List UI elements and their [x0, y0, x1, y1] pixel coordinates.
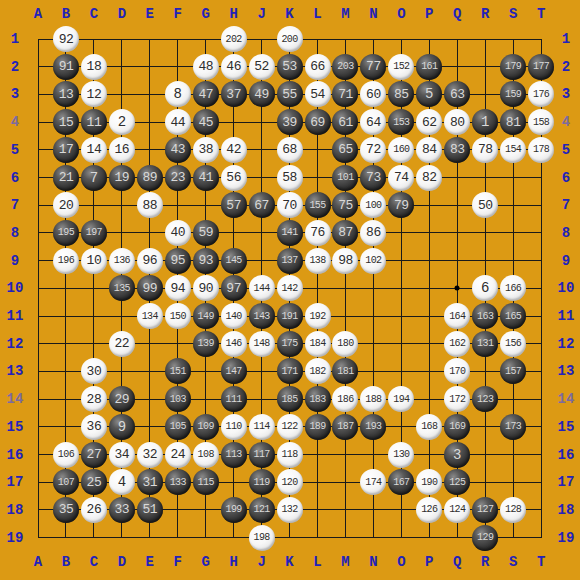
- move-number: 10: [87, 253, 102, 268]
- move-number: 199: [226, 504, 242, 515]
- stone-white-p15: 168: [416, 414, 442, 440]
- move-number: 123: [477, 394, 493, 405]
- move-number: 166: [505, 283, 521, 294]
- move-number: 117: [253, 449, 269, 460]
- move-number: 177: [533, 61, 549, 72]
- stone-black-g17: 115: [193, 469, 219, 495]
- stone-white-g16: 108: [193, 442, 219, 468]
- coordinate-label-bottom-h: H: [229, 555, 237, 569]
- coordinate-label-left-12: 12: [7, 337, 24, 351]
- move-number: 192: [309, 311, 325, 322]
- move-number: 168: [421, 421, 437, 432]
- stone-white-b16: 106: [53, 442, 79, 468]
- coordinate-label-right-18: 18: [558, 503, 575, 517]
- move-number: 23: [170, 170, 185, 185]
- coordinate-label-right-1: 1: [562, 32, 570, 46]
- move-number: 178: [533, 144, 549, 155]
- move-number: 120: [281, 477, 297, 488]
- move-number: 81: [506, 115, 521, 130]
- star-point-q10: [455, 286, 460, 291]
- stone-black-h10: 97: [221, 275, 247, 301]
- coordinate-label-bottom-a: A: [34, 555, 42, 569]
- stone-white-g5: 38: [193, 137, 219, 163]
- move-number: 49: [254, 87, 269, 102]
- stone-white-l2: 66: [305, 54, 331, 80]
- stone-white-s12: 156: [500, 331, 526, 357]
- stone-black-c4: 11: [81, 109, 107, 135]
- move-number: 55: [282, 87, 297, 102]
- stone-black-g3: 47: [193, 81, 219, 107]
- coordinate-label-top-d: D: [118, 7, 126, 21]
- stone-white-h11: 140: [221, 303, 247, 329]
- stone-black-f5: 43: [165, 137, 191, 163]
- coordinate-label-left-8: 8: [11, 226, 19, 240]
- stone-white-q14: 172: [444, 386, 470, 412]
- move-number: 190: [421, 477, 437, 488]
- stone-black-k13: 171: [277, 358, 303, 384]
- coordinate-label-left-16: 16: [7, 448, 24, 462]
- stone-black-f14: 103: [165, 386, 191, 412]
- coordinate-label-right-8: 8: [562, 226, 570, 240]
- move-number: 2: [118, 114, 126, 130]
- stone-white-n17: 174: [360, 469, 386, 495]
- stone-black-h13: 147: [221, 358, 247, 384]
- move-number: 65: [338, 142, 353, 157]
- coordinate-label-left-1: 1: [11, 32, 19, 46]
- stone-black-e6: 89: [137, 165, 163, 191]
- move-number: 153: [393, 117, 409, 128]
- move-number: 9: [118, 419, 126, 435]
- move-number: 122: [281, 421, 297, 432]
- coordinate-label-left-3: 3: [11, 87, 19, 101]
- move-number: 99: [142, 281, 157, 296]
- move-number: 32: [142, 447, 157, 462]
- move-number: 68: [282, 142, 297, 157]
- stone-black-n15: 193: [360, 414, 386, 440]
- move-number: 133: [170, 477, 186, 488]
- move-number: 92: [59, 32, 74, 47]
- stone-black-j17: 119: [249, 469, 275, 495]
- stone-black-c17: 25: [81, 469, 107, 495]
- move-number: 83: [450, 142, 465, 157]
- stone-black-m2: 203: [332, 54, 358, 80]
- move-number: 100: [365, 200, 381, 211]
- move-number: 44: [170, 115, 185, 130]
- coordinate-label-left-14: 14: [7, 392, 24, 406]
- coordinate-label-left-7: 7: [11, 198, 19, 212]
- move-number: 189: [309, 421, 325, 432]
- coordinate-label-left-4: 4: [11, 115, 19, 129]
- coordinate-label-bottom-r: R: [481, 555, 489, 569]
- stone-white-h12: 146: [221, 331, 247, 357]
- move-number: 21: [59, 170, 74, 185]
- move-number: 3: [453, 447, 461, 463]
- move-number: 147: [226, 366, 242, 377]
- coordinate-label-left-9: 9: [11, 254, 19, 268]
- stone-white-h5: 42: [221, 137, 247, 163]
- stone-black-b3: 13: [53, 81, 79, 107]
- stone-black-g9: 93: [193, 248, 219, 274]
- move-number: 185: [281, 394, 297, 405]
- move-number: 160: [393, 144, 409, 155]
- go-board[interactable]: AABBCCDDEEFFGGHHJJKKLLMMNNOOPPQQRRSSTT11…: [0, 0, 580, 580]
- move-number: 19: [115, 170, 130, 185]
- move-number: 115: [198, 477, 214, 488]
- coordinate-label-bottom-p: P: [425, 555, 433, 569]
- coordinate-label-bottom-n: N: [369, 555, 377, 569]
- stone-white-k5: 68: [277, 137, 303, 163]
- stone-white-e9: 96: [137, 248, 163, 274]
- stone-white-n4: 64: [360, 109, 386, 135]
- move-number: 180: [337, 338, 353, 349]
- stone-black-b8: 195: [53, 220, 79, 246]
- coordinate-label-bottom-c: C: [90, 555, 98, 569]
- coordinate-label-top-c: C: [90, 7, 98, 21]
- stone-black-j7: 67: [249, 192, 275, 218]
- move-number: 46: [226, 59, 241, 74]
- move-number: 97: [226, 281, 241, 296]
- stone-black-m6: 101: [332, 165, 358, 191]
- move-number: 175: [281, 338, 297, 349]
- move-number: 85: [394, 87, 409, 102]
- move-number: 197: [86, 227, 102, 238]
- move-number: 12: [87, 87, 102, 102]
- move-number: 40: [170, 225, 185, 240]
- stone-white-f16: 24: [165, 442, 191, 468]
- stone-black-f17: 133: [165, 469, 191, 495]
- move-number: 75: [338, 198, 353, 213]
- coordinate-label-bottom-b: B: [62, 555, 70, 569]
- move-number: 50: [478, 198, 493, 213]
- stone-white-b1: 92: [53, 26, 79, 52]
- move-number: 88: [142, 198, 157, 213]
- stone-black-l14: 183: [305, 386, 331, 412]
- stone-black-h14: 111: [221, 386, 247, 412]
- move-number: 203: [337, 61, 353, 72]
- stone-black-s11: 165: [500, 303, 526, 329]
- move-number: 129: [477, 532, 493, 543]
- move-number: 167: [393, 477, 409, 488]
- stone-white-b9: 196: [53, 248, 79, 274]
- stone-black-s15: 173: [500, 414, 526, 440]
- coordinate-label-bottom-q: Q: [453, 555, 461, 569]
- move-number: 106: [58, 449, 74, 460]
- move-number: 13: [59, 87, 74, 102]
- stone-black-g4: 45: [193, 109, 219, 135]
- stone-white-c18: 26: [81, 497, 107, 523]
- stone-white-c9: 10: [81, 248, 107, 274]
- stone-white-q13: 170: [444, 358, 470, 384]
- coordinate-label-bottom-d: D: [118, 555, 126, 569]
- stone-white-f8: 40: [165, 220, 191, 246]
- move-number: 79: [394, 198, 409, 213]
- move-number: 1: [481, 114, 489, 130]
- stone-white-m14: 186: [332, 386, 358, 412]
- stone-black-m4: 61: [332, 109, 358, 135]
- stone-white-o6: 74: [388, 165, 414, 191]
- stone-black-r19: 129: [472, 525, 498, 551]
- stone-black-f15: 105: [165, 414, 191, 440]
- move-number: 110: [226, 421, 242, 432]
- move-number: 169: [449, 421, 465, 432]
- move-number: 29: [115, 392, 130, 407]
- coordinate-label-left-5: 5: [11, 143, 19, 157]
- move-number: 6: [481, 280, 489, 296]
- move-number: 4: [118, 474, 126, 490]
- stone-white-l11: 192: [305, 303, 331, 329]
- coordinate-label-right-14: 14: [558, 392, 575, 406]
- stone-black-d18: 33: [109, 497, 135, 523]
- stone-white-s5: 154: [500, 137, 526, 163]
- stone-white-l3: 54: [305, 81, 331, 107]
- move-number: 202: [226, 34, 242, 45]
- stone-white-q12: 162: [444, 331, 470, 357]
- stone-black-k9: 137: [277, 248, 303, 274]
- stone-black-g15: 109: [193, 414, 219, 440]
- coordinate-label-right-16: 16: [558, 448, 575, 462]
- coordinate-label-right-15: 15: [558, 420, 575, 434]
- move-number: 182: [309, 366, 325, 377]
- stone-white-k18: 132: [277, 497, 303, 523]
- stone-white-l9: 138: [305, 248, 331, 274]
- stone-white-j2: 52: [249, 54, 275, 80]
- move-number: 63: [450, 87, 465, 102]
- move-number: 114: [253, 421, 269, 432]
- move-number: 35: [59, 502, 74, 517]
- stone-black-e10: 99: [137, 275, 163, 301]
- move-number: 8: [174, 86, 182, 102]
- move-number: 14: [87, 142, 102, 157]
- coordinate-label-bottom-g: G: [201, 555, 209, 569]
- move-number: 184: [309, 338, 325, 349]
- move-number: 64: [366, 115, 381, 130]
- stone-black-j3: 49: [249, 81, 275, 107]
- stone-white-c14: 28: [81, 386, 107, 412]
- stone-white-f10: 94: [165, 275, 191, 301]
- stone-white-p5: 84: [416, 137, 442, 163]
- stone-black-d14: 29: [109, 386, 135, 412]
- move-number: 16: [115, 142, 130, 157]
- stone-white-h2: 46: [221, 54, 247, 80]
- move-number: 130: [393, 449, 409, 460]
- move-number: 171: [281, 366, 297, 377]
- move-number: 94: [170, 281, 185, 296]
- stone-white-n14: 188: [360, 386, 386, 412]
- move-number: 179: [505, 61, 521, 72]
- stone-black-b4: 15: [53, 109, 79, 135]
- stone-black-l7: 155: [305, 192, 331, 218]
- stone-black-d10: 135: [109, 275, 135, 301]
- stone-white-d16: 34: [109, 442, 135, 468]
- move-number: 193: [365, 421, 381, 432]
- stone-black-m15: 187: [332, 414, 358, 440]
- move-number: 103: [170, 394, 186, 405]
- stone-white-c15: 36: [81, 414, 107, 440]
- stone-black-t2: 177: [528, 54, 554, 80]
- move-number: 194: [393, 394, 409, 405]
- stone-black-r12: 131: [472, 331, 498, 357]
- move-number: 66: [310, 59, 325, 74]
- coordinate-label-top-q: Q: [453, 7, 461, 21]
- stone-white-r10: 6: [472, 275, 498, 301]
- stone-black-l4: 69: [305, 109, 331, 135]
- move-number: 96: [142, 253, 157, 268]
- move-number: 151: [170, 366, 186, 377]
- move-number: 47: [198, 87, 213, 102]
- coordinate-label-right-4: 4: [562, 115, 570, 129]
- move-number: 145: [226, 255, 242, 266]
- move-number: 107: [58, 477, 74, 488]
- stone-black-s2: 179: [500, 54, 526, 80]
- move-number: 58: [282, 170, 297, 185]
- stone-black-m7: 75: [332, 192, 358, 218]
- move-number: 124: [449, 504, 465, 515]
- stone-white-n7: 100: [360, 192, 386, 218]
- move-number: 140: [226, 311, 242, 322]
- move-number: 108: [198, 449, 214, 460]
- move-number: 142: [281, 283, 297, 294]
- stone-black-b6: 21: [53, 165, 79, 191]
- stone-black-c6: 7: [81, 165, 107, 191]
- stone-black-o3: 85: [388, 81, 414, 107]
- stone-black-o7: 79: [388, 192, 414, 218]
- coordinate-label-right-3: 3: [562, 87, 570, 101]
- stone-black-b18: 35: [53, 497, 79, 523]
- move-number: 41: [198, 170, 213, 185]
- move-number: 86: [366, 225, 381, 240]
- stone-white-r7: 50: [472, 192, 498, 218]
- stone-white-o14: 194: [388, 386, 414, 412]
- move-number: 121: [253, 504, 269, 515]
- stone-black-p3: 5: [416, 81, 442, 107]
- move-number: 132: [281, 504, 297, 515]
- coordinate-label-top-a: A: [34, 7, 42, 21]
- move-number: 31: [142, 475, 157, 490]
- stone-white-m12: 180: [332, 331, 358, 357]
- move-number: 95: [170, 253, 185, 268]
- move-number: 149: [198, 311, 214, 322]
- stone-black-f6: 23: [165, 165, 191, 191]
- stone-white-o2: 152: [388, 54, 414, 80]
- coordinate-label-bottom-j: J: [257, 555, 265, 569]
- stone-black-h18: 199: [221, 497, 247, 523]
- move-number: 73: [366, 170, 381, 185]
- move-number: 195: [58, 227, 74, 238]
- move-number: 93: [198, 253, 213, 268]
- move-number: 127: [477, 504, 493, 515]
- move-number: 18: [87, 59, 102, 74]
- coordinate-label-right-17: 17: [558, 475, 575, 489]
- move-number: 30: [87, 364, 102, 379]
- stone-white-q11: 164: [444, 303, 470, 329]
- stone-white-s10: 166: [500, 275, 526, 301]
- stone-black-k8: 141: [277, 220, 303, 246]
- move-number: 156: [505, 338, 521, 349]
- stone-white-t3: 176: [528, 81, 554, 107]
- move-number: 17: [59, 142, 74, 157]
- coordinate-label-left-17: 17: [7, 475, 24, 489]
- stone-white-h6: 56: [221, 165, 247, 191]
- stone-black-k12: 175: [277, 331, 303, 357]
- stone-black-m8: 87: [332, 220, 358, 246]
- move-number: 165: [505, 311, 521, 322]
- stone-white-r5: 78: [472, 137, 498, 163]
- coordinate-label-left-18: 18: [7, 503, 24, 517]
- move-number: 191: [281, 311, 297, 322]
- move-number: 72: [366, 142, 381, 157]
- stone-white-c3: 12: [81, 81, 107, 107]
- move-number: 135: [114, 283, 130, 294]
- move-number: 198: [253, 532, 269, 543]
- stone-black-g12: 139: [193, 331, 219, 357]
- stone-black-b5: 17: [53, 137, 79, 163]
- move-number: 15: [59, 115, 74, 130]
- stone-white-g10: 90: [193, 275, 219, 301]
- coordinate-label-right-12: 12: [558, 337, 575, 351]
- stone-black-n2: 77: [360, 54, 386, 80]
- move-number: 109: [198, 421, 214, 432]
- move-number: 172: [449, 394, 465, 405]
- coordinate-label-right-2: 2: [562, 60, 570, 74]
- move-number: 38: [198, 142, 213, 157]
- move-number: 77: [366, 59, 381, 74]
- coordinate-label-top-m: M: [341, 7, 349, 21]
- coordinate-label-bottom-e: E: [146, 555, 154, 569]
- move-number: 39: [282, 115, 297, 130]
- stone-black-h9: 145: [221, 248, 247, 274]
- move-number: 176: [533, 89, 549, 100]
- stone-black-c8: 197: [81, 220, 107, 246]
- move-number: 25: [87, 475, 102, 490]
- stone-white-n9: 102: [360, 248, 386, 274]
- coordinate-label-bottom-f: F: [174, 555, 182, 569]
- stone-white-p6: 82: [416, 165, 442, 191]
- stone-black-o4: 153: [388, 109, 414, 135]
- move-number: 143: [253, 311, 269, 322]
- stone-black-m3: 71: [332, 81, 358, 107]
- stone-black-s13: 157: [500, 358, 526, 384]
- move-number: 78: [478, 142, 493, 157]
- stone-black-l15: 189: [305, 414, 331, 440]
- stone-white-s18: 128: [500, 497, 526, 523]
- stone-white-d17: 4: [109, 469, 135, 495]
- move-number: 45: [198, 115, 213, 130]
- stone-white-j15: 114: [249, 414, 275, 440]
- move-number: 102: [365, 255, 381, 266]
- move-number: 87: [338, 225, 353, 240]
- move-number: 134: [142, 311, 158, 322]
- stone-black-s3: 159: [500, 81, 526, 107]
- stone-white-j10: 144: [249, 275, 275, 301]
- move-number: 67: [254, 198, 269, 213]
- move-number: 54: [310, 87, 325, 102]
- stone-black-f9: 95: [165, 248, 191, 274]
- coordinate-label-top-l: L: [313, 7, 321, 21]
- move-number: 59: [198, 225, 213, 240]
- coordinate-label-top-f: F: [174, 7, 182, 21]
- stone-white-n8: 86: [360, 220, 386, 246]
- coordinate-label-top-p: P: [425, 7, 433, 21]
- stone-white-p17: 190: [416, 469, 442, 495]
- move-number: 56: [226, 170, 241, 185]
- stone-white-h15: 110: [221, 414, 247, 440]
- stone-black-e17: 31: [137, 469, 163, 495]
- stone-black-b17: 107: [53, 469, 79, 495]
- move-number: 42: [226, 142, 241, 157]
- move-number: 137: [281, 255, 297, 266]
- stone-white-j19: 198: [249, 525, 275, 551]
- stone-white-m9: 98: [332, 248, 358, 274]
